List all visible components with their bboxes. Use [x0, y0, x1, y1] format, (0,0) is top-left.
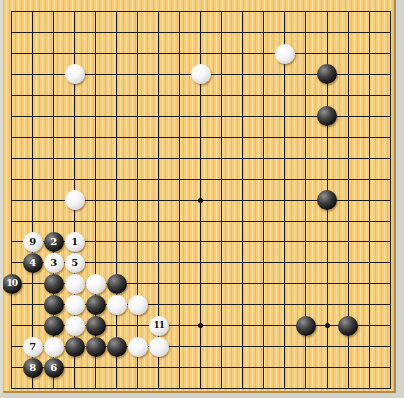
black-stone[interactable]: [107, 274, 127, 294]
white-stone[interactable]: [128, 337, 148, 357]
black-stone-move-4[interactable]: 4: [23, 253, 43, 273]
black-stone[interactable]: [44, 274, 64, 294]
white-stone[interactable]: [191, 64, 211, 84]
black-stone[interactable]: [44, 295, 64, 315]
black-stone[interactable]: [86, 316, 106, 336]
grid-line-vertical: [369, 11, 370, 389]
white-stone[interactable]: [65, 190, 85, 210]
window-margin-right: [396, 0, 404, 398]
white-stone-move-11[interactable]: 11: [149, 316, 169, 336]
black-stone[interactable]: [317, 106, 337, 126]
black-stone[interactable]: [317, 190, 337, 210]
grid-line-horizontal: [11, 388, 390, 389]
black-stone-move-10[interactable]: 10: [2, 274, 22, 294]
white-stone-move-3[interactable]: 3: [44, 253, 64, 273]
white-stone[interactable]: [128, 295, 148, 315]
white-stone[interactable]: [65, 295, 85, 315]
black-stone-move-8[interactable]: 8: [23, 358, 43, 378]
black-stone-move-2[interactable]: 2: [44, 232, 64, 252]
grid-line-vertical: [284, 11, 285, 389]
white-stone-move-5[interactable]: 5: [65, 253, 85, 273]
black-stone[interactable]: [107, 337, 127, 357]
black-stone[interactable]: [86, 295, 106, 315]
white-stone-move-1[interactable]: 1: [65, 232, 85, 252]
grid-line-horizontal: [11, 367, 390, 368]
star-point: [325, 323, 330, 328]
star-point: [198, 198, 203, 203]
white-stone[interactable]: [107, 295, 127, 315]
go-board[interactable]: 9214351011786: [0, 0, 396, 393]
grid-line-vertical: [390, 11, 391, 389]
white-stone[interactable]: [65, 64, 85, 84]
go-diagram-window: 9214351011786: [0, 0, 404, 398]
star-point: [198, 323, 203, 328]
black-stone[interactable]: [44, 316, 64, 336]
white-stone-move-9[interactable]: 9: [23, 232, 43, 252]
white-stone-move-7[interactable]: 7: [23, 337, 43, 357]
white-stone[interactable]: [65, 274, 85, 294]
grid-line-vertical: [221, 11, 222, 389]
grid-line-vertical: [263, 11, 264, 389]
black-stone[interactable]: [317, 64, 337, 84]
black-stone[interactable]: [296, 316, 316, 336]
white-stone[interactable]: [275, 44, 295, 64]
black-stone-move-6[interactable]: 6: [44, 358, 64, 378]
white-stone[interactable]: [149, 337, 169, 357]
black-stone[interactable]: [86, 337, 106, 357]
window-margin-bottom: [0, 393, 404, 398]
black-stone[interactable]: [338, 316, 358, 336]
black-stone[interactable]: [65, 337, 85, 357]
white-stone[interactable]: [44, 337, 64, 357]
grid-line-vertical: [242, 11, 243, 389]
window-margin-left: [0, 0, 3, 398]
white-stone[interactable]: [65, 316, 85, 336]
white-stone[interactable]: [86, 274, 106, 294]
grid-line-horizontal: [11, 221, 390, 222]
